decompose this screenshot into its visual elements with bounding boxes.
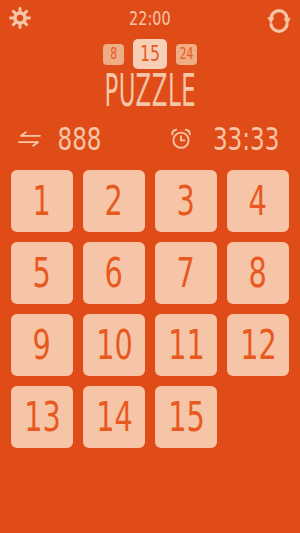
swap-arrows-icon: [18, 131, 41, 147]
tile-number: 4: [249, 181, 267, 221]
tile-9[interactable]: 9: [11, 314, 73, 376]
timer: 33:33: [170, 123, 292, 155]
tile-4[interactable]: 4: [227, 170, 289, 232]
tile-15[interactable]: 15: [155, 386, 217, 448]
mode-label: 15: [140, 43, 160, 65]
moves-counter: 888: [18, 123, 110, 155]
mode-label: 24: [180, 47, 194, 62]
tile-13[interactable]: 13: [11, 386, 73, 448]
tile-number: 11: [168, 325, 205, 365]
restart-button[interactable]: [266, 9, 292, 33]
tile-8[interactable]: 8: [227, 242, 289, 304]
tile-number: 14: [96, 397, 133, 437]
tile-14[interactable]: 14: [83, 386, 145, 448]
tile-number: 12: [240, 325, 277, 365]
tile-number: 10: [96, 325, 133, 365]
mode-button-24[interactable]: 24: [176, 44, 197, 65]
top-bar: 22:00: [0, 0, 300, 36]
tile-3[interactable]: 3: [155, 170, 217, 232]
tile-number: 13: [24, 397, 61, 437]
app-title: PUZZLE: [0, 66, 300, 116]
tile-1[interactable]: 1: [11, 170, 73, 232]
tile-number: 1: [33, 181, 51, 221]
mode-label: 8: [110, 47, 117, 62]
tile-10[interactable]: 10: [83, 314, 145, 376]
tile-11[interactable]: 11: [155, 314, 217, 376]
tile-number: 15: [168, 397, 205, 437]
tile-number: 5: [33, 253, 51, 293]
timer-value: 33:33: [213, 123, 279, 155]
puzzle-grid: 123456789101112131415: [11, 170, 289, 448]
stats-row: 888 33:33: [5, 124, 300, 154]
refresh-icon: [266, 9, 292, 33]
tile-number: 3: [177, 181, 195, 221]
tile-2[interactable]: 2: [83, 170, 145, 232]
tile-7[interactable]: 7: [155, 242, 217, 304]
tile-6[interactable]: 6: [83, 242, 145, 304]
tile-number: 9: [33, 325, 51, 365]
tile-5[interactable]: 5: [11, 242, 73, 304]
tile-number: 2: [105, 181, 123, 221]
mode-button-8[interactable]: 8: [103, 44, 124, 65]
tile-number: 7: [177, 253, 195, 293]
empty-cell: [227, 386, 289, 448]
tile-number: 8: [249, 253, 267, 293]
tile-12[interactable]: 12: [227, 314, 289, 376]
status-bar-clock: 22:00: [0, 7, 300, 30]
tile-number: 6: [105, 253, 123, 293]
moves-value: 888: [57, 123, 101, 155]
alarm-clock-icon: [170, 128, 192, 150]
